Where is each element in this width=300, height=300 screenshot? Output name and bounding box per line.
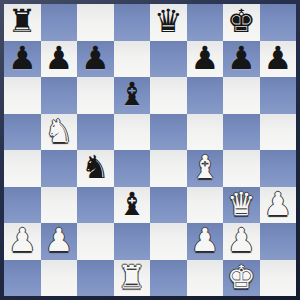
square-c1[interactable] [77,260,114,297]
black-pawn-piece: ♟ [81,42,110,74]
square-h7[interactable]: ♟ [260,41,297,78]
square-e3[interactable] [150,187,187,224]
square-f3[interactable] [187,187,224,224]
square-f8[interactable] [187,4,224,41]
square-a1[interactable] [4,260,41,297]
white-pawn-piece: ♟ [44,224,73,256]
square-h6[interactable] [260,77,297,114]
board-frame: ♜♛♚♟♟♟♟♟♟♝♞♞♝♝♛♟♟♟♟♟♜♚ [0,0,300,300]
square-c4[interactable]: ♞ [77,150,114,187]
square-a4[interactable] [4,150,41,187]
square-d8[interactable] [114,4,151,41]
square-g7[interactable]: ♟ [223,41,260,78]
square-g6[interactable] [223,77,260,114]
square-a6[interactable] [4,77,41,114]
white-pawn-piece: ♟ [8,224,37,256]
square-g3[interactable]: ♛ [223,187,260,224]
white-pawn-piece: ♟ [263,188,292,220]
black-bishop-piece: ♝ [117,78,146,110]
square-d6[interactable]: ♝ [114,77,151,114]
square-b3[interactable] [41,187,78,224]
black-pawn-piece: ♟ [263,42,292,74]
square-d2[interactable] [114,223,151,260]
square-d5[interactable] [114,114,151,151]
chess-board: ♜♛♚♟♟♟♟♟♟♝♞♞♝♝♛♟♟♟♟♟♜♚ [4,4,296,296]
black-queen-piece: ♛ [154,5,183,37]
black-knight-piece: ♞ [81,151,110,183]
square-b6[interactable] [41,77,78,114]
black-pawn-piece: ♟ [190,42,219,74]
square-c7[interactable]: ♟ [77,41,114,78]
black-rook-piece: ♜ [8,5,37,37]
square-f7[interactable]: ♟ [187,41,224,78]
square-a5[interactable] [4,114,41,151]
square-a2[interactable]: ♟ [4,223,41,260]
square-c6[interactable] [77,77,114,114]
black-pawn-piece: ♟ [8,42,37,74]
square-e5[interactable] [150,114,187,151]
square-g1[interactable]: ♚ [223,260,260,297]
square-c3[interactable] [77,187,114,224]
square-e8[interactable]: ♛ [150,4,187,41]
square-b8[interactable] [41,4,78,41]
white-pawn-piece: ♟ [190,224,219,256]
square-f6[interactable] [187,77,224,114]
square-h8[interactable] [260,4,297,41]
square-h1[interactable] [260,260,297,297]
square-g5[interactable] [223,114,260,151]
square-f5[interactable] [187,114,224,151]
black-bishop-piece: ♝ [117,188,146,220]
square-e7[interactable] [150,41,187,78]
white-bishop-piece: ♝ [190,151,219,183]
square-e4[interactable] [150,150,187,187]
white-knight-piece: ♞ [44,115,73,147]
square-h5[interactable] [260,114,297,151]
square-h3[interactable]: ♟ [260,187,297,224]
square-d4[interactable] [114,150,151,187]
square-c8[interactable] [77,4,114,41]
white-pawn-piece: ♟ [227,224,256,256]
square-d3[interactable]: ♝ [114,187,151,224]
square-g8[interactable]: ♚ [223,4,260,41]
square-f4[interactable]: ♝ [187,150,224,187]
square-a7[interactable]: ♟ [4,41,41,78]
square-e6[interactable] [150,77,187,114]
square-g2[interactable]: ♟ [223,223,260,260]
square-b5[interactable]: ♞ [41,114,78,151]
square-c5[interactable] [77,114,114,151]
square-a3[interactable] [4,187,41,224]
square-b7[interactable]: ♟ [41,41,78,78]
square-h2[interactable] [260,223,297,260]
black-pawn-piece: ♟ [44,42,73,74]
white-king-piece: ♚ [227,261,256,293]
square-e2[interactable] [150,223,187,260]
square-a8[interactable]: ♜ [4,4,41,41]
white-rook-piece: ♜ [117,261,146,293]
square-e1[interactable] [150,260,187,297]
square-d7[interactable] [114,41,151,78]
square-g4[interactable] [223,150,260,187]
square-f2[interactable]: ♟ [187,223,224,260]
square-c2[interactable] [77,223,114,260]
square-h4[interactable] [260,150,297,187]
square-f1[interactable] [187,260,224,297]
square-b2[interactable]: ♟ [41,223,78,260]
square-b1[interactable] [41,260,78,297]
square-d1[interactable]: ♜ [114,260,151,297]
white-queen-piece: ♛ [227,188,256,220]
black-pawn-piece: ♟ [227,42,256,74]
black-king-piece: ♚ [227,5,256,37]
square-b4[interactable] [41,150,78,187]
